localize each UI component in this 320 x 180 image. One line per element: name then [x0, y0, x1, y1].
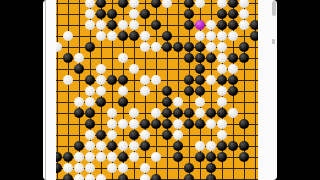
white-stone[interactable] — [74, 152, 84, 162]
white-stone[interactable] — [217, 31, 227, 41]
black-stone[interactable] — [85, 42, 95, 52]
black-stone[interactable] — [217, 9, 227, 19]
white-stone[interactable] — [228, 108, 238, 118]
white-stone[interactable] — [85, 9, 95, 19]
white-stone[interactable] — [107, 152, 117, 162]
white-stone[interactable] — [151, 75, 161, 85]
black-stone[interactable] — [140, 119, 150, 129]
white-stone[interactable] — [96, 141, 106, 151]
white-stone[interactable] — [129, 152, 139, 162]
white-stone[interactable] — [239, 20, 249, 30]
white-stone[interactable] — [74, 163, 84, 173]
black-stone[interactable] — [217, 75, 227, 85]
white-stone[interactable] — [96, 64, 106, 74]
black-stone[interactable] — [206, 53, 216, 63]
black-stone[interactable] — [56, 163, 62, 173]
white-stone[interactable] — [195, 141, 205, 151]
black-stone[interactable] — [206, 152, 216, 162]
white-stone[interactable] — [85, 141, 95, 151]
white-stone[interactable] — [107, 130, 117, 140]
black-stone[interactable] — [118, 31, 128, 41]
white-stone[interactable] — [129, 20, 139, 30]
panel-edge-line — [45, 0, 46, 180]
black-stone[interactable] — [184, 108, 194, 118]
black-stone[interactable] — [96, 9, 106, 19]
white-stone[interactable] — [217, 53, 227, 63]
black-stone[interactable] — [151, 174, 161, 180]
black-stone[interactable] — [173, 152, 183, 162]
white-stone[interactable] — [151, 152, 161, 162]
white-stone[interactable] — [85, 174, 95, 180]
black-stone[interactable] — [206, 163, 216, 173]
white-stone[interactable] — [118, 119, 128, 129]
black-stone[interactable] — [74, 108, 84, 118]
white-stone[interactable] — [217, 86, 227, 96]
white-stone[interactable] — [151, 108, 161, 118]
white-stone[interactable] — [206, 119, 216, 129]
black-stone[interactable] — [184, 42, 194, 52]
black-stone[interactable] — [250, 31, 258, 41]
black-stone[interactable] — [162, 42, 172, 52]
white-stone[interactable] — [96, 75, 106, 85]
white-stone[interactable] — [85, 0, 95, 8]
black-stone[interactable] — [118, 75, 128, 85]
black-stone[interactable] — [206, 108, 216, 118]
white-stone[interactable] — [140, 86, 150, 96]
black-stone[interactable] — [195, 53, 205, 63]
black-stone[interactable] — [162, 31, 172, 41]
white-stone[interactable] — [195, 31, 205, 41]
black-stone[interactable] — [173, 141, 183, 151]
white-stone[interactable] — [118, 163, 128, 173]
white-stone[interactable] — [85, 86, 95, 96]
white-stone[interactable] — [217, 97, 227, 107]
black-stone[interactable] — [228, 75, 238, 85]
scrollbar-thumb[interactable] — [272, 1, 276, 16]
black-stone[interactable] — [63, 174, 73, 180]
black-stone[interactable] — [63, 53, 73, 63]
black-stone[interactable] — [85, 75, 95, 85]
black-stone[interactable] — [118, 97, 128, 107]
white-stone[interactable] — [74, 174, 84, 180]
black-stone[interactable] — [184, 174, 194, 180]
white-stone[interactable] — [162, 0, 172, 8]
black-stone[interactable] — [74, 64, 84, 74]
white-stone[interactable] — [228, 31, 238, 41]
white-stone[interactable] — [195, 108, 205, 118]
white-stone[interactable] — [195, 0, 205, 8]
white-stone[interactable] — [118, 86, 128, 96]
white-stone[interactable] — [107, 119, 117, 129]
black-stone[interactable] — [217, 141, 227, 151]
white-stone[interactable] — [107, 108, 117, 118]
black-stone[interactable] — [195, 152, 205, 162]
black-stone[interactable] — [217, 152, 227, 162]
black-stone[interactable] — [195, 64, 205, 74]
black-stone[interactable] — [239, 141, 249, 151]
black-stone[interactable] — [239, 152, 249, 162]
white-stone[interactable] — [129, 141, 139, 151]
black-stone[interactable] — [162, 108, 172, 118]
black-stone[interactable] — [85, 108, 95, 118]
white-stone[interactable] — [140, 130, 150, 140]
white-stone[interactable] — [217, 130, 227, 140]
white-stone[interactable] — [63, 163, 73, 173]
black-stone[interactable] — [195, 119, 205, 129]
black-stone[interactable] — [184, 20, 194, 30]
black-stone[interactable] — [228, 20, 238, 30]
white-stone[interactable] — [129, 119, 139, 129]
black-stone[interactable] — [173, 108, 183, 118]
black-stone[interactable] — [206, 174, 216, 180]
white-stone[interactable] — [206, 20, 216, 30]
white-stone[interactable] — [206, 31, 216, 41]
black-stone[interactable] — [118, 174, 128, 180]
white-stone[interactable] — [173, 119, 183, 129]
black-stone[interactable] — [228, 0, 238, 8]
white-stone[interactable] — [206, 42, 216, 52]
white-stone[interactable] — [217, 0, 227, 8]
white-stone[interactable] — [206, 75, 216, 85]
black-stone[interactable] — [140, 141, 150, 151]
screenshot-root: { "app": { "description": "Go game posit… — [0, 0, 320, 180]
black-stone[interactable] — [118, 152, 128, 162]
black-stone[interactable] — [162, 119, 172, 129]
white-stone[interactable] — [85, 163, 95, 173]
black-stone[interactable] — [74, 141, 84, 151]
white-stone[interactable] — [96, 86, 106, 96]
white-stone[interactable] — [118, 20, 128, 30]
white-stone[interactable] — [56, 42, 62, 52]
white-stone[interactable] — [206, 141, 216, 151]
black-stone[interactable] — [239, 53, 249, 63]
scrollbar-tick — [272, 39, 275, 44]
black-stone[interactable] — [184, 0, 194, 8]
black-stone[interactable] — [162, 86, 172, 96]
black-stone[interactable] — [217, 108, 227, 118]
white-stone[interactable] — [107, 163, 117, 173]
white-stone[interactable] — [173, 130, 183, 140]
black-stone[interactable] — [140, 9, 150, 19]
black-stone[interactable] — [107, 20, 117, 30]
white-stone[interactable] — [173, 97, 183, 107]
white-stone[interactable] — [217, 42, 227, 52]
black-stone[interactable] — [85, 119, 95, 129]
white-stone[interactable] — [239, 9, 249, 19]
black-stone[interactable] — [107, 9, 117, 19]
black-stone[interactable] — [151, 119, 161, 129]
white-stone[interactable] — [140, 75, 150, 85]
black-stone[interactable] — [162, 97, 172, 107]
black-stone[interactable] — [239, 42, 249, 52]
black-stone[interactable] — [107, 75, 117, 85]
white-stone[interactable] — [96, 152, 106, 162]
black-stone[interactable] — [250, 20, 258, 30]
black-stone[interactable] — [151, 20, 161, 30]
white-stone[interactable] — [140, 163, 150, 173]
white-stone[interactable] — [107, 31, 117, 41]
white-stone[interactable] — [151, 42, 161, 52]
white-stone[interactable] — [96, 20, 106, 30]
black-stone[interactable] — [162, 130, 172, 140]
black-stone[interactable] — [195, 86, 205, 96]
black-stone[interactable] — [217, 20, 227, 30]
black-stone[interactable] — [96, 97, 106, 107]
white-stone[interactable] — [129, 9, 139, 19]
black-stone[interactable] — [195, 75, 205, 85]
black-stone[interactable] — [151, 0, 161, 8]
black-stone[interactable] — [63, 152, 73, 162]
white-stone[interactable] — [96, 31, 106, 41]
white-stone[interactable] — [96, 174, 106, 180]
device-screen-panel — [43, 0, 277, 180]
white-stone[interactable] — [85, 20, 95, 30]
black-stone[interactable] — [228, 141, 238, 151]
black-stone[interactable] — [107, 141, 117, 151]
white-stone[interactable] — [63, 31, 73, 41]
black-stone[interactable] — [118, 0, 128, 8]
white-stone[interactable] — [85, 152, 95, 162]
white-stone[interactable] — [217, 64, 227, 74]
black-stone[interactable] — [184, 163, 194, 173]
black-stone[interactable] — [184, 9, 194, 19]
white-stone[interactable] — [228, 64, 238, 74]
white-stone[interactable] — [140, 31, 150, 41]
black-stone[interactable] — [184, 53, 194, 63]
black-stone[interactable] — [184, 119, 194, 129]
white-stone[interactable] — [63, 75, 73, 85]
white-stone[interactable] — [74, 53, 84, 63]
white-stone[interactable] — [217, 119, 227, 129]
white-stone[interactable] — [85, 130, 95, 140]
black-stone[interactable] — [129, 130, 139, 140]
white-stone[interactable] — [239, 0, 249, 8]
black-stone[interactable] — [228, 53, 238, 63]
white-stone[interactable] — [195, 97, 205, 107]
black-stone[interactable] — [173, 42, 183, 52]
white-stone[interactable] — [129, 0, 139, 8]
black-stone[interactable] — [195, 42, 205, 52]
black-stone[interactable] — [228, 9, 238, 19]
go-board[interactable] — [56, 0, 258, 180]
white-stone[interactable] — [74, 97, 84, 107]
white-stone[interactable] — [129, 64, 139, 74]
black-stone[interactable] — [96, 130, 106, 140]
black-stone[interactable] — [129, 31, 139, 41]
white-stone[interactable] — [140, 42, 150, 52]
black-stone[interactable] — [184, 75, 194, 85]
black-stone[interactable] — [239, 119, 249, 129]
white-stone[interactable] — [129, 108, 139, 118]
white-stone[interactable] — [118, 141, 128, 151]
black-stone[interactable] — [184, 86, 194, 96]
black-stone[interactable] — [228, 86, 238, 96]
white-stone[interactable] — [118, 53, 128, 63]
white-stone[interactable] — [85, 97, 95, 107]
black-stone[interactable] — [56, 152, 62, 162]
last-move-purple-stone[interactable] — [195, 20, 205, 30]
white-stone[interactable] — [140, 174, 150, 180]
black-stone[interactable] — [96, 0, 106, 8]
